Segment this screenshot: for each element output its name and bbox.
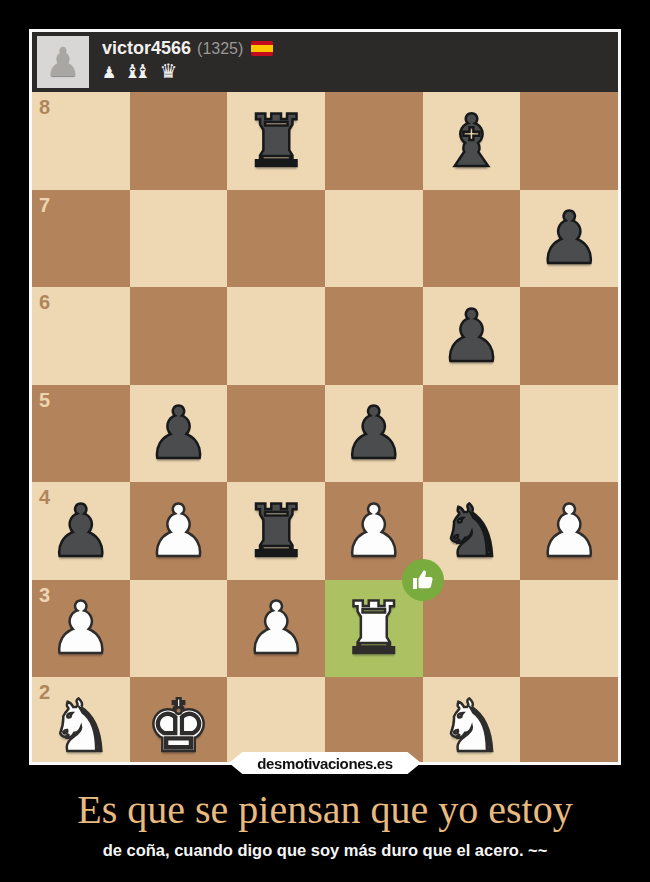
square-b2[interactable]: ♚ (130, 677, 228, 762)
square-b5[interactable]: ♟ (130, 385, 228, 483)
chess-app-screenshot: ♟ victor4566 (1325) ♟ ♝♝ ♛ 8♜♝7♟6♟5♟♟4♟♟… (29, 29, 621, 765)
square-b6[interactable] (130, 287, 228, 385)
player-rating: (1325) (197, 40, 243, 58)
square-c3[interactable]: ♟ (227, 580, 325, 678)
site-logo-ribbon[interactable]: desmotivaciones.es (229, 752, 421, 774)
square-a5[interactable]: 5 (32, 385, 130, 483)
square-c8[interactable]: ♜ (227, 92, 325, 190)
white-pawn-c3[interactable]: ♟ (227, 580, 325, 678)
square-e5[interactable] (423, 385, 521, 483)
square-c7[interactable] (227, 190, 325, 288)
square-c2[interactable] (227, 677, 325, 762)
square-e7[interactable] (423, 190, 521, 288)
good-move-badge (402, 559, 444, 601)
black-rook-c8[interactable]: ♜ (227, 92, 325, 190)
square-d8[interactable] (325, 92, 423, 190)
square-d6[interactable] (325, 287, 423, 385)
square-c5[interactable] (227, 385, 325, 483)
white-pawn-a3[interactable]: ♟ (32, 580, 130, 678)
square-f6[interactable] (520, 287, 618, 385)
site-logo-text: desmotivaciones.es (257, 755, 392, 772)
white-knight-a2[interactable]: ♞ (32, 677, 130, 762)
white-knight-e2[interactable]: ♞ (423, 677, 521, 762)
square-b7[interactable] (130, 190, 228, 288)
black-rook-c4[interactable]: ♜ (227, 482, 325, 580)
player-bar: ♟ victor4566 (1325) ♟ ♝♝ ♛ (32, 32, 618, 92)
captured-queen-icon: ♛ (159, 61, 177, 81)
spain-flag-icon (251, 41, 273, 56)
square-c6[interactable] (227, 287, 325, 385)
square-f5[interactable] (520, 385, 618, 483)
square-e8[interactable]: ♝ (423, 92, 521, 190)
black-pawn-b5[interactable]: ♟ (130, 385, 228, 483)
square-f3[interactable] (520, 580, 618, 678)
rank-label-6: 6 (39, 291, 50, 314)
meme-title: Es que se piensan que yo estoy (0, 786, 650, 833)
black-bishop-e8[interactable]: ♝ (423, 92, 521, 190)
meme-canvas: ♟ victor4566 (1325) ♟ ♝♝ ♛ 8♜♝7♟6♟5♟♟4♟♟… (0, 0, 650, 882)
captured-bishops-icon: ♝♝ (124, 62, 151, 81)
square-b8[interactable] (130, 92, 228, 190)
black-pawn-a4[interactable]: ♟ (32, 482, 130, 580)
meme-subtitle: de coña, cuando digo que soy más duro qu… (0, 841, 650, 860)
square-a8[interactable]: 8 (32, 92, 130, 190)
square-b3[interactable] (130, 580, 228, 678)
white-king-b2[interactable]: ♚ (130, 677, 228, 762)
square-d2[interactable] (325, 677, 423, 762)
rank-label-7: 7 (39, 194, 50, 217)
square-a3[interactable]: 3♟ (32, 580, 130, 678)
rank-label-8: 8 (39, 96, 50, 119)
square-e6[interactable]: ♟ (423, 287, 521, 385)
white-pawn-b4[interactable]: ♟ (130, 482, 228, 580)
black-pawn-d5[interactable]: ♟ (325, 385, 423, 483)
black-pawn-f7[interactable]: ♟ (520, 190, 618, 288)
square-e2[interactable]: ♞ (423, 677, 521, 762)
pawn-avatar-icon: ♟ (45, 42, 81, 82)
square-f4[interactable]: ♟ (520, 482, 618, 580)
avatar[interactable]: ♟ (37, 36, 89, 88)
black-pawn-e6[interactable]: ♟ (423, 287, 521, 385)
white-pawn-f4[interactable]: ♟ (520, 482, 618, 580)
square-b4[interactable]: ♟ (130, 482, 228, 580)
chess-board[interactable]: 8♜♝7♟6♟5♟♟4♟♟♜♟♞♟3♟♟♜2♞♚♞ (32, 92, 618, 762)
captured-pawn-icon: ♟ (102, 65, 116, 81)
square-a6[interactable]: 6 (32, 287, 130, 385)
square-f2[interactable] (520, 677, 618, 762)
square-a4[interactable]: 4♟ (32, 482, 130, 580)
square-f8[interactable] (520, 92, 618, 190)
square-d5[interactable]: ♟ (325, 385, 423, 483)
thumbs-up-icon (411, 568, 435, 592)
username[interactable]: victor4566 (102, 38, 191, 59)
square-a7[interactable]: 7 (32, 190, 130, 288)
square-f7[interactable]: ♟ (520, 190, 618, 288)
square-d7[interactable] (325, 190, 423, 288)
square-a2[interactable]: 2♞ (32, 677, 130, 762)
square-c4[interactable]: ♜ (227, 482, 325, 580)
captured-pieces-tray: ♟ ♝♝ ♛ (102, 61, 273, 81)
rank-label-5: 5 (39, 389, 50, 412)
